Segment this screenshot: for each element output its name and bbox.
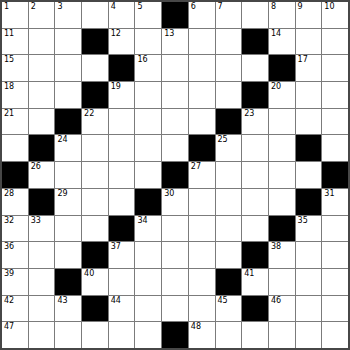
white-cell[interactable] bbox=[135, 322, 161, 348]
white-cell[interactable]: 25 bbox=[216, 135, 242, 161]
clue-number: 11 bbox=[4, 29, 14, 39]
clue-number: 3 bbox=[57, 2, 62, 12]
white-cell[interactable]: 18 bbox=[2, 82, 28, 108]
white-cell[interactable]: 17 bbox=[296, 55, 322, 81]
black-cell bbox=[242, 29, 268, 55]
black-cell bbox=[189, 135, 215, 161]
white-cell[interactable] bbox=[29, 55, 55, 81]
clue-number: 23 bbox=[244, 109, 254, 119]
clue-number: 25 bbox=[218, 135, 228, 145]
white-cell[interactable] bbox=[162, 82, 188, 108]
white-cell[interactable] bbox=[135, 242, 161, 268]
white-cell[interactable] bbox=[296, 242, 322, 268]
white-cell[interactable]: 9 bbox=[296, 2, 322, 28]
white-cell[interactable]: 20 bbox=[269, 82, 295, 108]
clue-number: 47 bbox=[4, 322, 14, 332]
white-cell[interactable] bbox=[242, 216, 268, 242]
white-cell[interactable] bbox=[135, 109, 161, 135]
clue-number: 8 bbox=[271, 2, 276, 12]
white-cell[interactable] bbox=[55, 216, 81, 242]
black-cell bbox=[242, 296, 268, 322]
white-cell[interactable] bbox=[269, 109, 295, 135]
clue-number: 16 bbox=[137, 55, 147, 65]
clue-number: 1 bbox=[4, 2, 9, 12]
white-cell[interactable] bbox=[189, 269, 215, 295]
black-cell bbox=[269, 216, 295, 242]
white-cell[interactable] bbox=[216, 162, 242, 188]
white-cell[interactable] bbox=[109, 135, 135, 161]
white-cell[interactable]: 12 bbox=[109, 29, 135, 55]
white-cell[interactable]: 35 bbox=[296, 216, 322, 242]
black-cell bbox=[55, 269, 81, 295]
white-cell[interactable] bbox=[29, 29, 55, 55]
white-cell[interactable] bbox=[269, 322, 295, 348]
white-cell[interactable] bbox=[189, 109, 215, 135]
white-cell[interactable] bbox=[189, 82, 215, 108]
black-cell bbox=[242, 82, 268, 108]
clue-number: 6 bbox=[191, 2, 196, 12]
white-cell[interactable] bbox=[216, 189, 242, 215]
white-cell[interactable]: 36 bbox=[2, 242, 28, 268]
white-cell[interactable] bbox=[55, 162, 81, 188]
white-cell[interactable] bbox=[242, 135, 268, 161]
white-cell[interactable]: 5 bbox=[135, 2, 161, 28]
white-cell[interactable] bbox=[109, 322, 135, 348]
white-cell[interactable] bbox=[82, 135, 108, 161]
white-cell[interactable] bbox=[296, 296, 322, 322]
clue-number: 35 bbox=[298, 216, 308, 226]
white-cell[interactable] bbox=[269, 189, 295, 215]
black-cell bbox=[162, 322, 188, 348]
white-cell[interactable] bbox=[189, 216, 215, 242]
white-cell[interactable] bbox=[322, 82, 348, 108]
white-cell[interactable] bbox=[322, 242, 348, 268]
white-cell[interactable] bbox=[55, 242, 81, 268]
white-cell[interactable]: 24 bbox=[55, 135, 81, 161]
white-cell[interactable] bbox=[55, 29, 81, 55]
white-cell[interactable] bbox=[109, 269, 135, 295]
white-cell[interactable]: 11 bbox=[2, 29, 28, 55]
white-cell[interactable] bbox=[82, 2, 108, 28]
white-cell[interactable] bbox=[135, 29, 161, 55]
clue-number: 4 bbox=[111, 2, 116, 12]
clue-number: 32 bbox=[4, 216, 14, 226]
white-cell[interactable]: 8 bbox=[269, 2, 295, 28]
black-cell bbox=[162, 162, 188, 188]
clue-number: 27 bbox=[191, 162, 201, 172]
clue-number: 15 bbox=[4, 55, 14, 65]
clue-number: 2 bbox=[31, 2, 36, 12]
white-cell[interactable] bbox=[82, 216, 108, 242]
white-cell[interactable]: 28 bbox=[2, 189, 28, 215]
white-cell[interactable] bbox=[189, 29, 215, 55]
white-cell[interactable]: 31 bbox=[322, 189, 348, 215]
white-cell[interactable] bbox=[322, 216, 348, 242]
black-cell bbox=[2, 162, 28, 188]
white-cell[interactable] bbox=[55, 322, 81, 348]
clue-number: 19 bbox=[111, 82, 121, 92]
black-cell bbox=[82, 296, 108, 322]
white-cell[interactable]: 44 bbox=[109, 296, 135, 322]
white-cell[interactable] bbox=[189, 242, 215, 268]
black-cell bbox=[82, 29, 108, 55]
black-cell bbox=[135, 189, 161, 215]
white-cell[interactable] bbox=[296, 269, 322, 295]
white-cell[interactable]: 33 bbox=[29, 216, 55, 242]
clue-number: 41 bbox=[244, 269, 254, 279]
white-cell[interactable] bbox=[242, 322, 268, 348]
black-cell bbox=[242, 242, 268, 268]
white-cell[interactable] bbox=[29, 242, 55, 268]
clue-number: 9 bbox=[298, 2, 303, 12]
crossword-grid: 1234567891011121314151617181920212223242… bbox=[0, 0, 350, 350]
clue-number: 12 bbox=[111, 29, 121, 39]
white-cell[interactable] bbox=[162, 269, 188, 295]
white-cell[interactable] bbox=[242, 2, 268, 28]
black-cell bbox=[269, 55, 295, 81]
white-cell[interactable]: 13 bbox=[162, 29, 188, 55]
white-cell[interactable] bbox=[29, 109, 55, 135]
white-cell[interactable] bbox=[162, 216, 188, 242]
white-cell[interactable]: 48 bbox=[189, 322, 215, 348]
black-cell bbox=[29, 135, 55, 161]
white-cell[interactable]: 21 bbox=[2, 109, 28, 135]
white-cell[interactable] bbox=[135, 296, 161, 322]
white-cell[interactable] bbox=[216, 29, 242, 55]
clue-number: 7 bbox=[218, 2, 223, 12]
white-cell[interactable] bbox=[296, 322, 322, 348]
white-cell[interactable] bbox=[29, 322, 55, 348]
white-cell[interactable] bbox=[29, 296, 55, 322]
white-cell[interactable]: 22 bbox=[82, 109, 108, 135]
clue-number: 30 bbox=[164, 189, 174, 199]
white-cell[interactable] bbox=[322, 29, 348, 55]
white-cell[interactable]: 7 bbox=[216, 2, 242, 28]
white-cell[interactable] bbox=[242, 162, 268, 188]
white-cell[interactable] bbox=[82, 55, 108, 81]
white-cell[interactable] bbox=[109, 109, 135, 135]
clue-number: 46 bbox=[271, 296, 281, 306]
white-cell[interactable]: 32 bbox=[2, 216, 28, 242]
clue-number: 31 bbox=[324, 189, 334, 199]
clue-number: 17 bbox=[298, 55, 308, 65]
white-cell[interactable]: 4 bbox=[109, 2, 135, 28]
clue-number: 28 bbox=[4, 189, 14, 199]
white-cell[interactable] bbox=[322, 135, 348, 161]
white-cell[interactable]: 29 bbox=[55, 189, 81, 215]
white-cell[interactable] bbox=[296, 162, 322, 188]
clue-number: 22 bbox=[84, 109, 94, 119]
clue-number: 33 bbox=[31, 216, 41, 226]
black-cell bbox=[162, 2, 188, 28]
white-cell[interactable] bbox=[322, 109, 348, 135]
clue-number: 18 bbox=[4, 82, 14, 92]
white-cell[interactable] bbox=[216, 55, 242, 81]
black-cell bbox=[109, 216, 135, 242]
white-cell[interactable] bbox=[296, 29, 322, 55]
white-cell[interactable]: 2 bbox=[29, 2, 55, 28]
white-cell[interactable]: 45 bbox=[216, 296, 242, 322]
clue-number: 45 bbox=[218, 296, 228, 306]
clue-number: 44 bbox=[111, 296, 121, 306]
white-cell[interactable]: 40 bbox=[82, 269, 108, 295]
white-cell[interactable] bbox=[29, 82, 55, 108]
white-cell[interactable] bbox=[189, 296, 215, 322]
white-cell[interactable]: 3 bbox=[55, 2, 81, 28]
clue-number: 39 bbox=[4, 269, 14, 279]
white-cell[interactable] bbox=[135, 135, 161, 161]
white-cell[interactable] bbox=[135, 82, 161, 108]
black-cell bbox=[216, 109, 242, 135]
black-cell bbox=[55, 109, 81, 135]
black-cell bbox=[29, 189, 55, 215]
white-cell[interactable] bbox=[82, 162, 108, 188]
clue-number: 10 bbox=[324, 2, 334, 12]
clue-number: 37 bbox=[111, 242, 121, 252]
white-cell[interactable] bbox=[269, 269, 295, 295]
white-cell[interactable] bbox=[322, 296, 348, 322]
black-cell bbox=[322, 162, 348, 188]
clue-number: 24 bbox=[57, 135, 67, 145]
white-cell[interactable] bbox=[135, 269, 161, 295]
white-cell[interactable] bbox=[109, 162, 135, 188]
clue-number: 42 bbox=[4, 296, 14, 306]
black-cell bbox=[109, 55, 135, 81]
white-cell[interactable]: 42 bbox=[2, 296, 28, 322]
white-cell[interactable] bbox=[216, 242, 242, 268]
white-cell[interactable] bbox=[162, 296, 188, 322]
white-cell[interactable] bbox=[296, 109, 322, 135]
white-cell[interactable] bbox=[296, 82, 322, 108]
white-cell[interactable] bbox=[189, 189, 215, 215]
white-cell[interactable] bbox=[29, 269, 55, 295]
clue-number: 13 bbox=[164, 29, 174, 39]
white-cell[interactable] bbox=[216, 216, 242, 242]
white-cell[interactable] bbox=[2, 135, 28, 161]
white-cell[interactable]: 19 bbox=[109, 82, 135, 108]
white-cell[interactable]: 27 bbox=[189, 162, 215, 188]
white-cell[interactable] bbox=[162, 135, 188, 161]
white-cell[interactable] bbox=[82, 322, 108, 348]
white-cell[interactable] bbox=[162, 55, 188, 81]
white-cell[interactable] bbox=[162, 242, 188, 268]
white-cell[interactable] bbox=[55, 55, 81, 81]
clue-number: 29 bbox=[57, 189, 67, 199]
clue-number: 36 bbox=[4, 242, 14, 252]
white-cell[interactable]: 34 bbox=[135, 216, 161, 242]
white-cell[interactable]: 16 bbox=[135, 55, 161, 81]
clue-number: 21 bbox=[4, 109, 14, 119]
white-cell[interactable]: 26 bbox=[29, 162, 55, 188]
white-cell[interactable]: 43 bbox=[55, 296, 81, 322]
black-cell bbox=[82, 82, 108, 108]
white-cell[interactable]: 37 bbox=[109, 242, 135, 268]
black-cell bbox=[216, 269, 242, 295]
white-cell[interactable]: 46 bbox=[269, 296, 295, 322]
white-cell[interactable]: 1 bbox=[2, 2, 28, 28]
white-cell[interactable]: 47 bbox=[2, 322, 28, 348]
white-cell[interactable]: 30 bbox=[162, 189, 188, 215]
white-cell[interactable] bbox=[189, 55, 215, 81]
white-cell[interactable] bbox=[216, 322, 242, 348]
white-cell[interactable] bbox=[242, 189, 268, 215]
white-cell[interactable]: 39 bbox=[2, 269, 28, 295]
white-cell[interactable] bbox=[242, 55, 268, 81]
white-cell[interactable] bbox=[55, 82, 81, 108]
white-cell[interactable] bbox=[322, 55, 348, 81]
clue-number: 5 bbox=[137, 2, 142, 12]
clue-number: 40 bbox=[84, 269, 94, 279]
white-cell[interactable]: 23 bbox=[242, 109, 268, 135]
white-cell[interactable]: 10 bbox=[322, 2, 348, 28]
clue-number: 14 bbox=[271, 29, 281, 39]
white-cell[interactable] bbox=[82, 189, 108, 215]
black-cell bbox=[296, 135, 322, 161]
white-cell[interactable] bbox=[269, 162, 295, 188]
white-cell[interactable] bbox=[162, 109, 188, 135]
clue-number: 34 bbox=[137, 216, 147, 226]
black-cell bbox=[296, 189, 322, 215]
black-cell bbox=[82, 242, 108, 268]
white-cell[interactable]: 14 bbox=[269, 29, 295, 55]
white-cell[interactable] bbox=[109, 189, 135, 215]
clue-number: 48 bbox=[191, 322, 201, 332]
white-cell[interactable]: 41 bbox=[242, 269, 268, 295]
white-cell[interactable] bbox=[135, 162, 161, 188]
white-cell[interactable] bbox=[322, 322, 348, 348]
clue-number: 26 bbox=[31, 162, 41, 172]
white-cell[interactable]: 38 bbox=[269, 242, 295, 268]
clue-number: 43 bbox=[57, 296, 67, 306]
clue-number: 20 bbox=[271, 82, 281, 92]
white-cell[interactable] bbox=[216, 82, 242, 108]
clue-number: 38 bbox=[271, 242, 281, 252]
white-cell[interactable]: 15 bbox=[2, 55, 28, 81]
white-cell[interactable] bbox=[269, 135, 295, 161]
white-cell[interactable] bbox=[322, 269, 348, 295]
white-cell[interactable]: 6 bbox=[189, 2, 215, 28]
